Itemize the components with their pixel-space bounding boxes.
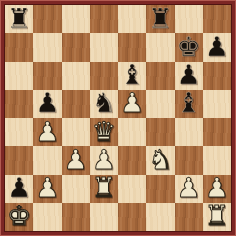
square-f3[interactable]: ♞ <box>146 146 174 174</box>
square-a4[interactable] <box>5 118 33 146</box>
square-e4[interactable] <box>118 118 146 146</box>
square-d7[interactable] <box>90 33 118 61</box>
square-d5[interactable]: ♞ <box>90 90 118 118</box>
piece-white-pawn[interactable]: ♟ <box>64 146 88 173</box>
square-d4[interactable]: ♛ <box>90 118 118 146</box>
square-h2[interactable]: ♟ <box>203 175 231 203</box>
square-e7[interactable] <box>118 33 146 61</box>
square-e1[interactable] <box>118 203 146 231</box>
piece-white-king[interactable]: ♚ <box>7 202 31 229</box>
square-f6[interactable] <box>146 62 174 90</box>
square-f1[interactable] <box>146 203 174 231</box>
piece-white-rook[interactable]: ♜ <box>205 202 229 229</box>
square-h5[interactable] <box>203 90 231 118</box>
square-e8[interactable] <box>118 5 146 33</box>
square-h1[interactable]: ♜ <box>203 203 231 231</box>
square-a3[interactable] <box>5 146 33 174</box>
piece-black-pawn[interactable]: ♟ <box>205 33 229 60</box>
square-a1[interactable]: ♚ <box>5 203 33 231</box>
square-f4[interactable] <box>146 118 174 146</box>
square-b5[interactable]: ♟ <box>33 90 61 118</box>
piece-white-pawn[interactable]: ♟ <box>35 118 59 145</box>
piece-white-queen[interactable]: ♛ <box>92 118 116 145</box>
square-g2[interactable]: ♟ <box>175 175 203 203</box>
piece-black-pawn[interactable]: ♟ <box>177 61 201 88</box>
square-c3[interactable]: ♟ <box>62 146 90 174</box>
square-d2[interactable]: ♜ <box>90 175 118 203</box>
square-d1[interactable] <box>90 203 118 231</box>
board-frame: ♜♜♚♟♝♟♟♞♟♝♟♛♟♟♞♟♟♜♟♟♚♜ <box>0 0 236 236</box>
square-h7[interactable]: ♟ <box>203 33 231 61</box>
piece-white-pawn[interactable]: ♟ <box>120 89 144 116</box>
square-g7[interactable]: ♚ <box>175 33 203 61</box>
square-b2[interactable]: ♟ <box>33 175 61 203</box>
square-a2[interactable]: ♟ <box>5 175 33 203</box>
square-b8[interactable] <box>33 5 61 33</box>
square-c1[interactable] <box>62 203 90 231</box>
piece-black-bishop[interactable]: ♝ <box>120 61 144 88</box>
square-e5[interactable]: ♟ <box>118 90 146 118</box>
square-d8[interactable] <box>90 5 118 33</box>
piece-white-pawn[interactable]: ♟ <box>35 174 59 201</box>
square-h8[interactable] <box>203 5 231 33</box>
square-g3[interactable] <box>175 146 203 174</box>
piece-white-pawn[interactable]: ♟ <box>177 174 201 201</box>
square-b3[interactable] <box>33 146 61 174</box>
square-g4[interactable] <box>175 118 203 146</box>
square-e2[interactable] <box>118 175 146 203</box>
piece-white-pawn[interactable]: ♟ <box>205 174 229 201</box>
square-g8[interactable] <box>175 5 203 33</box>
piece-black-bishop[interactable]: ♝ <box>177 89 201 116</box>
square-c7[interactable] <box>62 33 90 61</box>
piece-white-pawn[interactable]: ♟ <box>92 146 116 173</box>
square-d6[interactable] <box>90 62 118 90</box>
square-b7[interactable] <box>33 33 61 61</box>
square-b6[interactable] <box>33 62 61 90</box>
square-a5[interactable] <box>5 90 33 118</box>
piece-white-knight[interactable]: ♞ <box>148 146 172 173</box>
square-c8[interactable] <box>62 5 90 33</box>
piece-black-rook[interactable]: ♜ <box>148 5 172 32</box>
square-a6[interactable] <box>5 62 33 90</box>
square-e3[interactable] <box>118 146 146 174</box>
square-g6[interactable]: ♟ <box>175 62 203 90</box>
screenshot-root: ♜♜♚♟♝♟♟♞♟♝♟♛♟♟♞♟♟♜♟♟♚♜ <box>0 0 236 236</box>
square-b1[interactable] <box>33 203 61 231</box>
square-a8[interactable]: ♜ <box>5 5 33 33</box>
square-e6[interactable]: ♝ <box>118 62 146 90</box>
square-f7[interactable] <box>146 33 174 61</box>
piece-black-pawn[interactable]: ♟ <box>7 174 31 201</box>
piece-black-king[interactable]: ♚ <box>177 33 201 60</box>
square-c6[interactable] <box>62 62 90 90</box>
square-g5[interactable]: ♝ <box>175 90 203 118</box>
chess-board: ♜♜♚♟♝♟♟♞♟♝♟♛♟♟♞♟♟♜♟♟♚♜ <box>5 5 231 231</box>
piece-black-pawn[interactable]: ♟ <box>35 89 59 116</box>
square-f8[interactable]: ♜ <box>146 5 174 33</box>
square-h3[interactable] <box>203 146 231 174</box>
square-h4[interactable] <box>203 118 231 146</box>
square-h6[interactable] <box>203 62 231 90</box>
square-f2[interactable] <box>146 175 174 203</box>
piece-black-rook[interactable]: ♜ <box>7 5 31 32</box>
square-c4[interactable] <box>62 118 90 146</box>
square-c2[interactable] <box>62 175 90 203</box>
square-c5[interactable] <box>62 90 90 118</box>
square-g1[interactable] <box>175 203 203 231</box>
square-b4[interactable]: ♟ <box>33 118 61 146</box>
piece-black-knight[interactable]: ♞ <box>92 89 116 116</box>
square-d3[interactable]: ♟ <box>90 146 118 174</box>
square-f5[interactable] <box>146 90 174 118</box>
piece-white-rook[interactable]: ♜ <box>92 174 116 201</box>
square-a7[interactable] <box>5 33 33 61</box>
